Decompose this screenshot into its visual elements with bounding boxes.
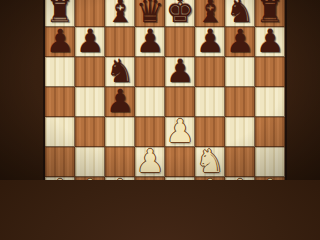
square-g7[interactable]: ♟ xyxy=(225,27,255,57)
square-h4[interactable] xyxy=(255,117,285,147)
square-a5[interactable] xyxy=(45,87,75,117)
square-h7[interactable]: ♟ xyxy=(255,27,285,57)
square-d3[interactable]: ♟ xyxy=(135,147,165,177)
chess-app-scene: ♜♝♛♚♝♞♜♟♟♟♟♟♟♞♟♟♟♟♞♟♟♟♟♟♟♜♞♝♛♚♝♜ xyxy=(0,0,320,180)
white-pawn: ♟ xyxy=(166,115,195,147)
square-b2[interactable]: ♟ xyxy=(75,177,105,180)
square-d2[interactable] xyxy=(135,177,165,180)
square-b5[interactable] xyxy=(75,87,105,117)
square-c2[interactable]: ♟ xyxy=(105,177,135,180)
white-pawn: ♟ xyxy=(136,145,165,177)
square-h6[interactable] xyxy=(255,57,285,87)
square-e8[interactable]: ♚ xyxy=(165,0,195,27)
black-pawn: ♟ xyxy=(106,85,135,117)
square-a7[interactable]: ♟ xyxy=(45,27,75,57)
square-h2[interactable]: ♟ xyxy=(255,177,285,180)
square-h5[interactable] xyxy=(255,87,285,117)
square-b6[interactable] xyxy=(75,57,105,87)
black-pawn: ♟ xyxy=(196,25,225,57)
square-f5[interactable] xyxy=(195,87,225,117)
square-d5[interactable] xyxy=(135,87,165,117)
square-g6[interactable] xyxy=(225,57,255,87)
chess-board: ♜♝♛♚♝♞♜♟♟♟♟♟♟♞♟♟♟♟♞♟♟♟♟♟♟♜♞♝♛♚♝♜ xyxy=(43,0,287,180)
square-a4[interactable] xyxy=(45,117,75,147)
white-pawn: ♟ xyxy=(76,175,105,180)
black-bishop: ♝ xyxy=(106,0,135,27)
white-pawn: ♟ xyxy=(256,175,285,180)
black-pawn: ♟ xyxy=(76,25,105,57)
white-pawn: ♟ xyxy=(106,175,135,180)
square-f7[interactable]: ♟ xyxy=(195,27,225,57)
square-e6[interactable]: ♟ xyxy=(165,57,195,87)
square-d6[interactable] xyxy=(135,57,165,87)
square-c8[interactable]: ♝ xyxy=(105,0,135,27)
square-f6[interactable] xyxy=(195,57,225,87)
black-pawn: ♟ xyxy=(256,25,285,57)
square-d7[interactable]: ♟ xyxy=(135,27,165,57)
black-pawn: ♟ xyxy=(46,25,75,57)
square-f2[interactable]: ♟ xyxy=(195,177,225,180)
white-pawn: ♟ xyxy=(196,175,225,180)
square-g5[interactable] xyxy=(225,87,255,117)
square-c5[interactable]: ♟ xyxy=(105,87,135,117)
square-g4[interactable] xyxy=(225,117,255,147)
white-pawn: ♟ xyxy=(226,175,255,180)
black-pawn: ♟ xyxy=(166,55,195,87)
square-a6[interactable] xyxy=(45,57,75,87)
square-b7[interactable]: ♟ xyxy=(75,27,105,57)
black-king: ♚ xyxy=(166,0,195,27)
square-e4[interactable]: ♟ xyxy=(165,117,195,147)
square-a2[interactable]: ♟ xyxy=(45,177,75,180)
white-pawn: ♟ xyxy=(46,175,75,180)
square-e3[interactable] xyxy=(165,147,195,177)
square-g2[interactable]: ♟ xyxy=(225,177,255,180)
square-c4[interactable] xyxy=(105,117,135,147)
square-b4[interactable] xyxy=(75,117,105,147)
black-pawn: ♟ xyxy=(226,25,255,57)
square-e2[interactable] xyxy=(165,177,195,180)
black-pawn: ♟ xyxy=(136,25,165,57)
